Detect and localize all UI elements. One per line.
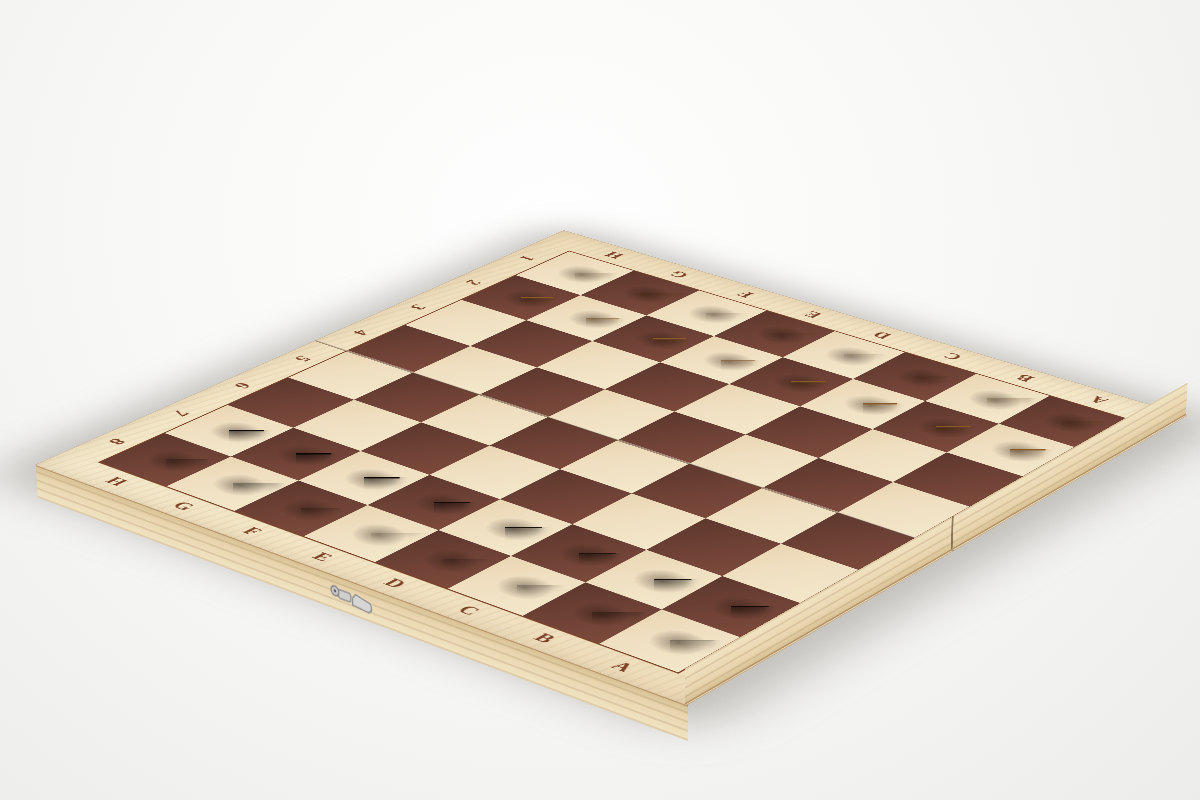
- rook-glyph: ♜: [601, 521, 739, 652]
- fold-gap: [951, 516, 954, 550]
- scene: AA88BB77CC66DD55EE44FF33GG22HH11 ♜♞♝●♛▲♚…: [0, 0, 1200, 800]
- pawn-glyph: ♟: [958, 361, 1063, 460]
- pieces-layer: ♜♞♝●♛▲♚♝♞♜♟♟♟♟♟♟♟♟♟♟♟♟♟♟♟♟♜♞♝●♛▲♚♝♞♜: [34, 230, 1187, 706]
- chess-board: AA88BB77CC66DD55EE44FF33GG22HH11 ♜♞♝●♛▲♚…: [34, 230, 1187, 706]
- photo-of-chess-set: AA88BB77CC66DD55EE44FF33GG22HH11 ♜♞♝●♛▲♚…: [0, 0, 1200, 800]
